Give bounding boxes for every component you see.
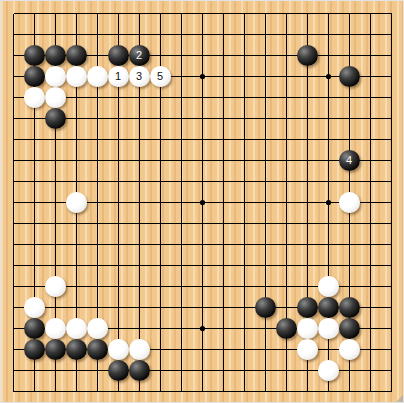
white-stone	[339, 192, 360, 213]
move-4-stone: 4	[339, 150, 360, 171]
move-number-label: 4	[346, 155, 352, 166]
move-number-label: 1	[115, 71, 121, 82]
black-stone	[66, 339, 87, 360]
black-stone	[108, 45, 129, 66]
white-stone	[87, 66, 108, 87]
black-stone	[24, 45, 45, 66]
white-stone	[297, 318, 318, 339]
white-stone	[108, 339, 129, 360]
black-stone	[339, 297, 360, 318]
black-stone	[45, 339, 66, 360]
white-stone	[87, 318, 108, 339]
white-stone	[318, 360, 339, 381]
black-stone	[24, 339, 45, 360]
white-stone	[45, 66, 66, 87]
move-number-label: 3	[136, 71, 142, 82]
white-stone	[339, 339, 360, 360]
go-board[interactable]: 21354	[3, 3, 402, 402]
black-stone	[45, 108, 66, 129]
black-stone	[66, 45, 87, 66]
resize-grip-icon	[396, 395, 403, 402]
go-board-window: 21354	[0, 0, 404, 403]
black-stone	[255, 297, 276, 318]
white-stone	[45, 276, 66, 297]
black-stone	[318, 297, 339, 318]
black-stone	[24, 318, 45, 339]
black-stone	[24, 66, 45, 87]
move-5-stone: 5	[150, 66, 171, 87]
white-stone	[45, 87, 66, 108]
move-number-label: 2	[136, 50, 142, 61]
white-stone	[66, 66, 87, 87]
black-stone	[129, 360, 150, 381]
black-stone	[276, 318, 297, 339]
white-stone	[66, 318, 87, 339]
black-stone	[339, 318, 360, 339]
black-stone	[339, 66, 360, 87]
black-stone	[108, 360, 129, 381]
white-stone	[297, 339, 318, 360]
black-stone	[45, 45, 66, 66]
white-stone	[24, 297, 45, 318]
white-stone	[318, 276, 339, 297]
move-1-stone: 1	[108, 66, 129, 87]
white-stone	[318, 318, 339, 339]
white-stone	[24, 87, 45, 108]
black-stone	[297, 297, 318, 318]
move-2-stone: 2	[129, 45, 150, 66]
move-number-label: 5	[157, 71, 163, 82]
white-stone	[45, 318, 66, 339]
move-3-stone: 3	[129, 66, 150, 87]
black-stone	[297, 45, 318, 66]
white-stone	[129, 339, 150, 360]
white-stone	[66, 192, 87, 213]
black-stone	[87, 339, 108, 360]
